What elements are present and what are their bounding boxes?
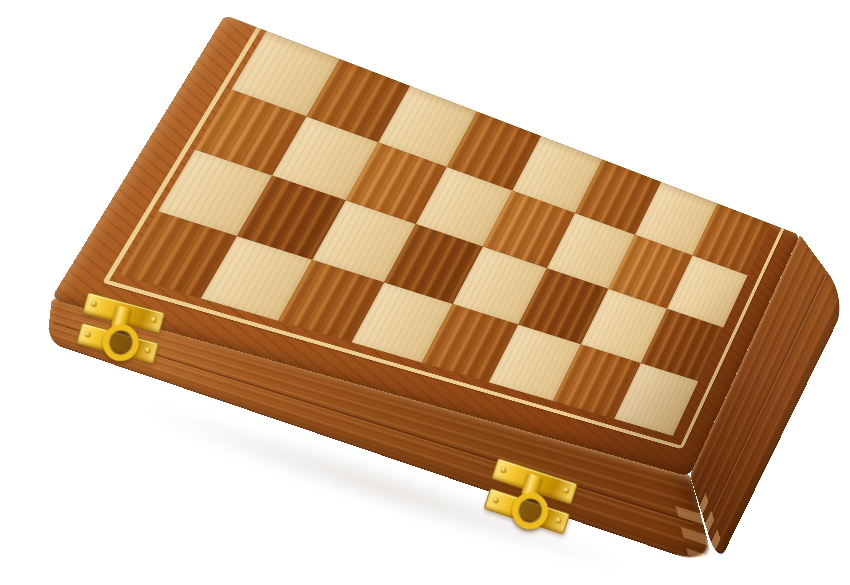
screw-icon <box>492 496 500 504</box>
screw-icon <box>562 487 570 495</box>
screw-icon <box>144 347 151 354</box>
screw-icon <box>555 517 563 525</box>
screw-icon <box>500 466 508 474</box>
screw-icon <box>90 300 97 307</box>
product-photo <box>0 0 850 585</box>
screw-icon <box>84 331 91 338</box>
screw-icon <box>150 316 157 323</box>
